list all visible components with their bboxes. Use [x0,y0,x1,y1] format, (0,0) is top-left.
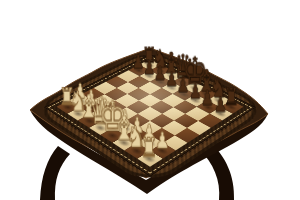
piece-black-pawn-h7[interactable]: ♟ [208,95,233,115]
chess-board: ♜♞♝♛♚♝♞♜♟♟♟♟♟♟♟♟♟♟♟♟♟♟♟♟♜♞♝♛♚♝♞♜ [57,59,244,167]
chess-table-photo: ♜♞♝♛♚♝♞♜♟♟♟♟♟♟♟♟♟♟♟♟♟♟♟♟♜♞♝♛♚♝♞♜ [0,0,300,200]
scene: ♜♞♝♛♚♝♞♜♟♟♟♟♟♟♟♟♟♟♟♟♟♟♟♟♜♞♝♛♚♝♞♜ [0,0,300,200]
piece-white-rook-h1[interactable]: ♜ [135,134,162,160]
